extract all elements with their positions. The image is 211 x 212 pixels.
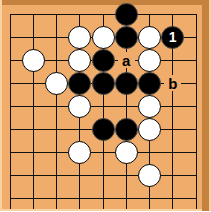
white-stone xyxy=(92,26,115,49)
black-stone xyxy=(115,3,138,26)
move-number-mark: 1 xyxy=(169,30,177,44)
board-edge-left xyxy=(0,0,2,211)
grid-line-horizontal xyxy=(10,198,197,199)
board-edge-bottom xyxy=(0,209,211,211)
black-stone xyxy=(115,26,138,49)
white-stone xyxy=(68,141,91,164)
point-label-b: b xyxy=(164,75,181,91)
white-stone xyxy=(68,26,91,49)
black-stone xyxy=(92,49,115,72)
grid-line-horizontal xyxy=(10,152,197,153)
white-stone xyxy=(138,118,161,141)
grid-line-vertical xyxy=(10,14,11,212)
black-stone xyxy=(138,72,161,95)
white-stone xyxy=(68,95,91,118)
white-stone xyxy=(115,141,138,164)
grid-line-horizontal xyxy=(10,175,197,176)
white-stone xyxy=(68,49,91,72)
white-stone xyxy=(22,49,45,72)
go-diagram: 1ab xyxy=(0,0,211,211)
white-stone xyxy=(138,49,161,72)
white-stone xyxy=(138,95,161,118)
point-label-a: a xyxy=(118,52,135,68)
black-stone-move-1: 1 xyxy=(161,26,184,49)
black-stone xyxy=(115,118,138,141)
black-stone xyxy=(92,72,115,95)
board-edge-right xyxy=(202,0,211,211)
white-stone xyxy=(138,164,161,187)
grid-line-vertical xyxy=(33,14,34,212)
white-stone xyxy=(138,26,161,49)
grid-line-vertical xyxy=(56,14,57,212)
grid-line-vertical xyxy=(196,14,197,212)
board-edge-top xyxy=(0,0,211,5)
black-stone xyxy=(68,72,91,95)
black-stone xyxy=(92,118,115,141)
white-stone xyxy=(45,72,68,95)
black-stone xyxy=(115,72,138,95)
